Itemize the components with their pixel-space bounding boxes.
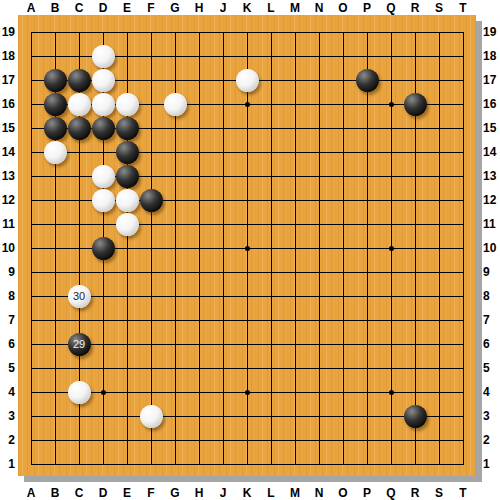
intersection-R17[interactable]	[403, 68, 427, 92]
intersection-H15[interactable]	[187, 116, 211, 140]
intersection-K6[interactable]	[235, 332, 259, 356]
intersection-C11[interactable]	[67, 212, 91, 236]
intersection-H2[interactable]	[187, 428, 211, 452]
intersection-A1[interactable]	[19, 452, 43, 476]
intersection-K9[interactable]	[235, 260, 259, 284]
intersection-C1[interactable]	[67, 452, 91, 476]
intersection-K14[interactable]	[235, 140, 259, 164]
intersection-E18[interactable]	[115, 44, 139, 68]
intersection-J12[interactable]	[211, 188, 235, 212]
intersection-S18[interactable]	[427, 44, 451, 68]
intersection-S8[interactable]	[427, 284, 451, 308]
intersection-D10[interactable]	[91, 236, 115, 260]
intersection-G19[interactable]	[163, 20, 187, 44]
intersection-A11[interactable]	[19, 212, 43, 236]
intersection-S3[interactable]	[427, 404, 451, 428]
intersection-E6[interactable]	[115, 332, 139, 356]
intersection-M12[interactable]	[283, 188, 307, 212]
intersection-L6[interactable]	[259, 332, 283, 356]
intersection-M2[interactable]	[283, 428, 307, 452]
intersection-C16[interactable]	[67, 92, 91, 116]
intersection-C14[interactable]	[67, 140, 91, 164]
intersection-F12[interactable]	[139, 188, 163, 212]
intersection-P8[interactable]	[355, 284, 379, 308]
intersection-T2[interactable]	[451, 428, 475, 452]
intersection-C5[interactable]	[67, 356, 91, 380]
intersection-C19[interactable]	[67, 20, 91, 44]
intersection-G11[interactable]	[163, 212, 187, 236]
intersection-M1[interactable]	[283, 452, 307, 476]
intersection-J11[interactable]	[211, 212, 235, 236]
intersection-N15[interactable]	[307, 116, 331, 140]
intersection-P2[interactable]	[355, 428, 379, 452]
intersection-C7[interactable]	[67, 308, 91, 332]
intersection-F3[interactable]	[139, 404, 163, 428]
intersection-K18[interactable]	[235, 44, 259, 68]
intersection-K17[interactable]	[235, 68, 259, 92]
intersection-M19[interactable]	[283, 20, 307, 44]
intersection-R7[interactable]	[403, 308, 427, 332]
intersection-J10[interactable]	[211, 236, 235, 260]
intersection-H9[interactable]	[187, 260, 211, 284]
intersection-S14[interactable]	[427, 140, 451, 164]
intersection-T6[interactable]	[451, 332, 475, 356]
intersection-G10[interactable]	[163, 236, 187, 260]
intersection-J7[interactable]	[211, 308, 235, 332]
intersection-A4[interactable]	[19, 380, 43, 404]
intersection-D8[interactable]	[91, 284, 115, 308]
intersection-O4[interactable]	[331, 380, 355, 404]
intersection-T4[interactable]	[451, 380, 475, 404]
intersection-N19[interactable]	[307, 20, 331, 44]
intersection-S16[interactable]	[427, 92, 451, 116]
intersection-O18[interactable]	[331, 44, 355, 68]
intersection-K15[interactable]	[235, 116, 259, 140]
intersection-H17[interactable]	[187, 68, 211, 92]
intersection-Q19[interactable]	[379, 20, 403, 44]
intersection-M3[interactable]	[283, 404, 307, 428]
intersection-J1[interactable]	[211, 452, 235, 476]
intersection-O13[interactable]	[331, 164, 355, 188]
intersection-G15[interactable]	[163, 116, 187, 140]
intersection-H16[interactable]	[187, 92, 211, 116]
intersection-N13[interactable]	[307, 164, 331, 188]
intersection-L4[interactable]	[259, 380, 283, 404]
intersection-B2[interactable]	[43, 428, 67, 452]
intersection-E3[interactable]	[115, 404, 139, 428]
intersection-G4[interactable]	[163, 380, 187, 404]
intersection-R13[interactable]	[403, 164, 427, 188]
intersection-Q11[interactable]	[379, 212, 403, 236]
intersection-B16[interactable]	[43, 92, 67, 116]
intersection-K13[interactable]	[235, 164, 259, 188]
intersection-F19[interactable]	[139, 20, 163, 44]
intersection-G7[interactable]	[163, 308, 187, 332]
intersection-S10[interactable]	[427, 236, 451, 260]
intersection-A17[interactable]	[19, 68, 43, 92]
intersection-P3[interactable]	[355, 404, 379, 428]
intersection-M14[interactable]	[283, 140, 307, 164]
intersection-K7[interactable]	[235, 308, 259, 332]
intersection-P16[interactable]	[355, 92, 379, 116]
intersection-B10[interactable]	[43, 236, 67, 260]
intersection-M7[interactable]	[283, 308, 307, 332]
intersection-B11[interactable]	[43, 212, 67, 236]
intersection-R14[interactable]	[403, 140, 427, 164]
intersection-D15[interactable]	[91, 116, 115, 140]
intersection-H1[interactable]	[187, 452, 211, 476]
intersection-B1[interactable]	[43, 452, 67, 476]
intersection-S12[interactable]	[427, 188, 451, 212]
intersection-S2[interactable]	[427, 428, 451, 452]
intersection-B4[interactable]	[43, 380, 67, 404]
intersection-G9[interactable]	[163, 260, 187, 284]
intersection-N5[interactable]	[307, 356, 331, 380]
intersection-D16[interactable]	[91, 92, 115, 116]
intersection-D5[interactable]	[91, 356, 115, 380]
intersection-H18[interactable]	[187, 44, 211, 68]
intersection-R8[interactable]	[403, 284, 427, 308]
intersection-P10[interactable]	[355, 236, 379, 260]
intersection-K11[interactable]	[235, 212, 259, 236]
intersection-D9[interactable]	[91, 260, 115, 284]
intersection-L9[interactable]	[259, 260, 283, 284]
intersection-D4[interactable]	[91, 380, 115, 404]
intersection-C3[interactable]	[67, 404, 91, 428]
intersection-G18[interactable]	[163, 44, 187, 68]
intersection-T7[interactable]	[451, 308, 475, 332]
intersection-H13[interactable]	[187, 164, 211, 188]
intersection-T17[interactable]	[451, 68, 475, 92]
intersection-T8[interactable]	[451, 284, 475, 308]
intersection-L17[interactable]	[259, 68, 283, 92]
intersection-P13[interactable]	[355, 164, 379, 188]
intersection-E10[interactable]	[115, 236, 139, 260]
intersection-H8[interactable]	[187, 284, 211, 308]
intersection-O6[interactable]	[331, 332, 355, 356]
intersection-O16[interactable]	[331, 92, 355, 116]
intersection-J4[interactable]	[211, 380, 235, 404]
intersection-T12[interactable]	[451, 188, 475, 212]
intersection-H19[interactable]	[187, 20, 211, 44]
intersection-Q17[interactable]	[379, 68, 403, 92]
intersection-B12[interactable]	[43, 188, 67, 212]
intersection-P15[interactable]	[355, 116, 379, 140]
intersection-M5[interactable]	[283, 356, 307, 380]
intersection-O11[interactable]	[331, 212, 355, 236]
intersection-F10[interactable]	[139, 236, 163, 260]
intersection-T1[interactable]	[451, 452, 475, 476]
intersection-S9[interactable]	[427, 260, 451, 284]
intersection-C18[interactable]	[67, 44, 91, 68]
intersection-Q14[interactable]	[379, 140, 403, 164]
intersection-P19[interactable]	[355, 20, 379, 44]
intersection-P18[interactable]	[355, 44, 379, 68]
intersection-T9[interactable]	[451, 260, 475, 284]
intersection-A5[interactable]	[19, 356, 43, 380]
intersection-C2[interactable]	[67, 428, 91, 452]
intersection-T18[interactable]	[451, 44, 475, 68]
intersection-O9[interactable]	[331, 260, 355, 284]
intersection-E7[interactable]	[115, 308, 139, 332]
intersection-K16[interactable]	[235, 92, 259, 116]
intersection-C4[interactable]	[67, 380, 91, 404]
intersection-L16[interactable]	[259, 92, 283, 116]
intersection-E8[interactable]	[115, 284, 139, 308]
intersection-G6[interactable]	[163, 332, 187, 356]
intersection-S6[interactable]	[427, 332, 451, 356]
intersection-M9[interactable]	[283, 260, 307, 284]
intersection-A2[interactable]	[19, 428, 43, 452]
intersection-D7[interactable]	[91, 308, 115, 332]
intersection-P11[interactable]	[355, 212, 379, 236]
intersection-Q12[interactable]	[379, 188, 403, 212]
intersection-E14[interactable]	[115, 140, 139, 164]
intersection-L8[interactable]	[259, 284, 283, 308]
intersection-P14[interactable]	[355, 140, 379, 164]
intersection-L13[interactable]	[259, 164, 283, 188]
intersection-T13[interactable]	[451, 164, 475, 188]
intersection-G13[interactable]	[163, 164, 187, 188]
intersection-R9[interactable]	[403, 260, 427, 284]
intersection-E4[interactable]	[115, 380, 139, 404]
intersection-M16[interactable]	[283, 92, 307, 116]
intersection-T14[interactable]	[451, 140, 475, 164]
intersection-Q9[interactable]	[379, 260, 403, 284]
intersection-Q6[interactable]	[379, 332, 403, 356]
intersection-R10[interactable]	[403, 236, 427, 260]
intersection-B17[interactable]	[43, 68, 67, 92]
intersection-T5[interactable]	[451, 356, 475, 380]
intersection-D18[interactable]	[91, 44, 115, 68]
intersection-H10[interactable]	[187, 236, 211, 260]
intersection-L7[interactable]	[259, 308, 283, 332]
intersection-Q15[interactable]	[379, 116, 403, 140]
intersection-O3[interactable]	[331, 404, 355, 428]
intersection-C6[interactable]: 29	[67, 332, 91, 356]
intersection-S1[interactable]	[427, 452, 451, 476]
intersection-B9[interactable]	[43, 260, 67, 284]
intersection-B3[interactable]	[43, 404, 67, 428]
intersection-J18[interactable]	[211, 44, 235, 68]
intersection-N11[interactable]	[307, 212, 331, 236]
intersection-J17[interactable]	[211, 68, 235, 92]
intersection-B18[interactable]	[43, 44, 67, 68]
intersection-N14[interactable]	[307, 140, 331, 164]
intersection-A14[interactable]	[19, 140, 43, 164]
intersection-F17[interactable]	[139, 68, 163, 92]
intersection-D17[interactable]	[91, 68, 115, 92]
intersection-A15[interactable]	[19, 116, 43, 140]
intersection-Q16[interactable]	[379, 92, 403, 116]
intersection-M8[interactable]	[283, 284, 307, 308]
intersection-P12[interactable]	[355, 188, 379, 212]
intersection-M10[interactable]	[283, 236, 307, 260]
intersection-O7[interactable]	[331, 308, 355, 332]
intersection-L12[interactable]	[259, 188, 283, 212]
intersection-L2[interactable]	[259, 428, 283, 452]
intersection-S19[interactable]	[427, 20, 451, 44]
intersection-R5[interactable]	[403, 356, 427, 380]
intersection-J5[interactable]	[211, 356, 235, 380]
intersection-D3[interactable]	[91, 404, 115, 428]
intersection-G3[interactable]	[163, 404, 187, 428]
intersection-N3[interactable]	[307, 404, 331, 428]
intersection-G14[interactable]	[163, 140, 187, 164]
intersection-G5[interactable]	[163, 356, 187, 380]
intersection-M6[interactable]	[283, 332, 307, 356]
intersection-T15[interactable]	[451, 116, 475, 140]
intersection-O10[interactable]	[331, 236, 355, 260]
intersection-O15[interactable]	[331, 116, 355, 140]
intersection-S4[interactable]	[427, 380, 451, 404]
intersection-M13[interactable]	[283, 164, 307, 188]
intersection-D2[interactable]	[91, 428, 115, 452]
intersection-H3[interactable]	[187, 404, 211, 428]
intersection-E17[interactable]	[115, 68, 139, 92]
intersection-T10[interactable]	[451, 236, 475, 260]
intersection-F8[interactable]	[139, 284, 163, 308]
intersection-D19[interactable]	[91, 20, 115, 44]
intersection-B7[interactable]	[43, 308, 67, 332]
intersection-P7[interactable]	[355, 308, 379, 332]
intersection-Q8[interactable]	[379, 284, 403, 308]
intersection-O12[interactable]	[331, 188, 355, 212]
intersection-G16[interactable]	[163, 92, 187, 116]
intersection-L18[interactable]	[259, 44, 283, 68]
intersection-E11[interactable]	[115, 212, 139, 236]
intersection-N1[interactable]	[307, 452, 331, 476]
intersection-P17[interactable]	[355, 68, 379, 92]
intersection-K3[interactable]	[235, 404, 259, 428]
intersection-K10[interactable]	[235, 236, 259, 260]
intersection-H7[interactable]	[187, 308, 211, 332]
intersection-T11[interactable]	[451, 212, 475, 236]
intersection-H5[interactable]	[187, 356, 211, 380]
intersection-Q10[interactable]	[379, 236, 403, 260]
intersection-H14[interactable]	[187, 140, 211, 164]
intersection-P1[interactable]	[355, 452, 379, 476]
intersection-C17[interactable]	[67, 68, 91, 92]
intersection-P6[interactable]	[355, 332, 379, 356]
intersection-O17[interactable]	[331, 68, 355, 92]
intersection-Q4[interactable]	[379, 380, 403, 404]
intersection-F6[interactable]	[139, 332, 163, 356]
intersection-D11[interactable]	[91, 212, 115, 236]
intersection-L19[interactable]	[259, 20, 283, 44]
intersection-R16[interactable]	[403, 92, 427, 116]
intersection-J3[interactable]	[211, 404, 235, 428]
intersection-R6[interactable]	[403, 332, 427, 356]
intersection-D1[interactable]	[91, 452, 115, 476]
intersection-D14[interactable]	[91, 140, 115, 164]
intersection-G8[interactable]	[163, 284, 187, 308]
intersection-H12[interactable]	[187, 188, 211, 212]
intersection-T19[interactable]	[451, 20, 475, 44]
intersection-L1[interactable]	[259, 452, 283, 476]
intersection-L15[interactable]	[259, 116, 283, 140]
intersection-Q2[interactable]	[379, 428, 403, 452]
intersection-Q13[interactable]	[379, 164, 403, 188]
intersection-R19[interactable]	[403, 20, 427, 44]
intersection-A12[interactable]	[19, 188, 43, 212]
intersection-M11[interactable]	[283, 212, 307, 236]
intersection-E15[interactable]	[115, 116, 139, 140]
intersection-O5[interactable]	[331, 356, 355, 380]
intersection-F11[interactable]	[139, 212, 163, 236]
intersection-F4[interactable]	[139, 380, 163, 404]
intersection-B8[interactable]	[43, 284, 67, 308]
intersection-A6[interactable]	[19, 332, 43, 356]
intersection-O1[interactable]	[331, 452, 355, 476]
intersection-C13[interactable]	[67, 164, 91, 188]
intersection-A8[interactable]	[19, 284, 43, 308]
intersection-E19[interactable]	[115, 20, 139, 44]
intersection-O19[interactable]	[331, 20, 355, 44]
intersection-N10[interactable]	[307, 236, 331, 260]
intersection-D6[interactable]	[91, 332, 115, 356]
intersection-A9[interactable]	[19, 260, 43, 284]
intersection-F16[interactable]	[139, 92, 163, 116]
intersection-S7[interactable]	[427, 308, 451, 332]
intersection-J13[interactable]	[211, 164, 235, 188]
intersection-K1[interactable]	[235, 452, 259, 476]
intersection-J15[interactable]	[211, 116, 235, 140]
intersection-S11[interactable]	[427, 212, 451, 236]
intersection-F2[interactable]	[139, 428, 163, 452]
intersection-F13[interactable]	[139, 164, 163, 188]
intersection-O14[interactable]	[331, 140, 355, 164]
intersection-K12[interactable]	[235, 188, 259, 212]
intersection-C15[interactable]	[67, 116, 91, 140]
intersection-A7[interactable]	[19, 308, 43, 332]
intersection-J16[interactable]	[211, 92, 235, 116]
intersection-S5[interactable]	[427, 356, 451, 380]
intersection-M4[interactable]	[283, 380, 307, 404]
intersection-E9[interactable]	[115, 260, 139, 284]
intersection-G17[interactable]	[163, 68, 187, 92]
intersection-K8[interactable]	[235, 284, 259, 308]
intersection-A19[interactable]	[19, 20, 43, 44]
intersection-K19[interactable]	[235, 20, 259, 44]
intersection-J9[interactable]	[211, 260, 235, 284]
intersection-F7[interactable]	[139, 308, 163, 332]
intersection-N9[interactable]	[307, 260, 331, 284]
intersection-J19[interactable]	[211, 20, 235, 44]
intersection-Q18[interactable]	[379, 44, 403, 68]
intersection-L11[interactable]	[259, 212, 283, 236]
intersection-B5[interactable]	[43, 356, 67, 380]
intersection-E13[interactable]	[115, 164, 139, 188]
intersection-C12[interactable]	[67, 188, 91, 212]
intersection-J6[interactable]	[211, 332, 235, 356]
intersection-S17[interactable]	[427, 68, 451, 92]
intersection-F14[interactable]	[139, 140, 163, 164]
intersection-O8[interactable]	[331, 284, 355, 308]
intersection-N7[interactable]	[307, 308, 331, 332]
intersection-R3[interactable]	[403, 404, 427, 428]
intersection-F9[interactable]	[139, 260, 163, 284]
intersection-R15[interactable]	[403, 116, 427, 140]
intersection-K5[interactable]	[235, 356, 259, 380]
intersection-M18[interactable]	[283, 44, 307, 68]
intersection-B14[interactable]	[43, 140, 67, 164]
intersection-B6[interactable]	[43, 332, 67, 356]
intersection-J8[interactable]	[211, 284, 235, 308]
intersection-F1[interactable]	[139, 452, 163, 476]
intersection-N18[interactable]	[307, 44, 331, 68]
intersection-K4[interactable]	[235, 380, 259, 404]
